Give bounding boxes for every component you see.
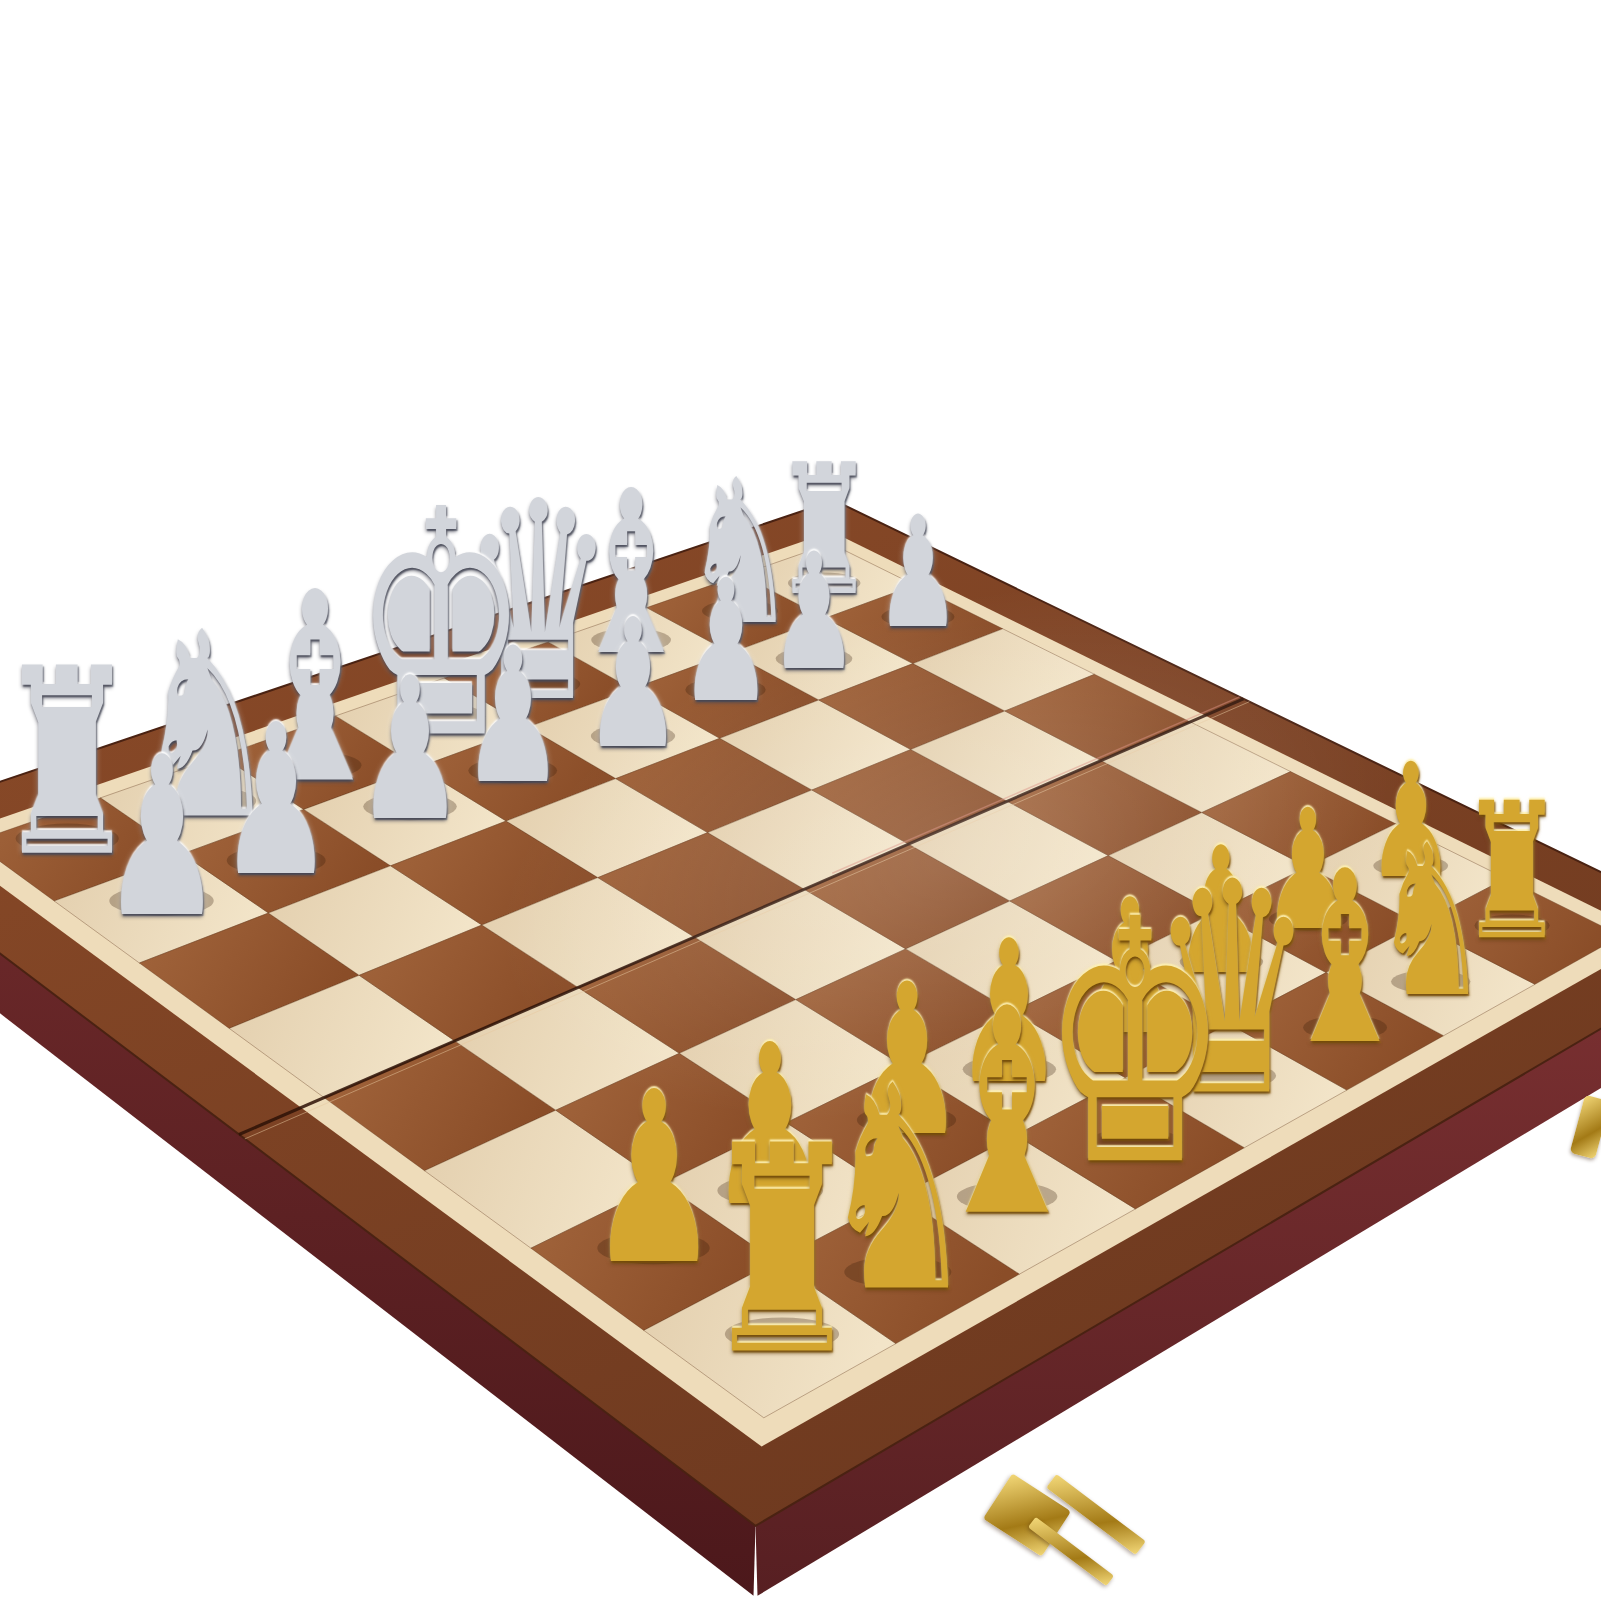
chess-set-photo: ♜♞♟♝♟♛♟♚♟♝♟♞♟♜♟♟♟♟♜♟♞♟♝♟♛♟♚♟♝♟♞♜ — [0, 0, 1601, 1601]
piece-black-pawn-d7[interactable]: ♟ — [584, 596, 683, 774]
piece-white-pawn-h2[interactable]: ♟ — [588, 1061, 720, 1298]
piece-black-pawn-c7[interactable]: ♟ — [679, 557, 773, 726]
piece-black-pawn-h7[interactable]: ♟ — [100, 728, 222, 948]
piece-black-pawn-g7[interactable]: ♟ — [218, 697, 334, 905]
piece-black-pawn-f7[interactable]: ♟ — [355, 651, 464, 848]
piece-black-pawn-b7[interactable]: ♟ — [769, 532, 858, 693]
piece-white-rook-h1[interactable]: ♜ — [703, 1108, 862, 1394]
piece-black-pawn-a7[interactable]: ♟ — [875, 495, 961, 649]
pieces-layer: ♜♞♟♝♟♛♟♚♟♝♟♞♟♜♟♟♟♟♜♟♞♟♝♟♛♟♚♟♝♟♞♜ — [0, 0, 1601, 1601]
piece-black-pawn-e7[interactable]: ♟ — [461, 623, 565, 810]
